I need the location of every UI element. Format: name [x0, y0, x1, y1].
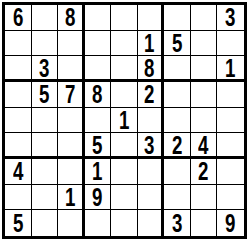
sudoku-given-digit: 9	[225, 210, 235, 236]
sudoku-cell-r3c2[interactable]: 3	[32, 56, 59, 82]
sudoku-cell-r4c1[interactable]	[5, 82, 32, 108]
sudoku-cell-r6c8[interactable]: 4	[191, 133, 218, 159]
sudoku-cell-r7c4[interactable]: 1	[85, 159, 112, 185]
sudoku-given-digit: 8	[92, 82, 102, 107]
sudoku-cell-r5c9[interactable]	[217, 108, 244, 134]
sudoku-given-digit: 3	[144, 133, 154, 157]
sudoku-cell-r4c9[interactable]	[217, 82, 244, 108]
sudoku-cell-r2c8[interactable]	[191, 31, 218, 57]
sudoku-cell-r9c1[interactable]: 5	[5, 210, 32, 236]
sudoku-given-digit: 6	[13, 5, 23, 30]
sudoku-cell-r7c5[interactable]	[111, 159, 138, 185]
sudoku-given-digit: 1	[225, 56, 235, 80]
sudoku-cell-r2c1[interactable]	[5, 31, 32, 57]
sudoku-cell-r4c6[interactable]: 2	[138, 82, 165, 108]
sudoku-cell-r9c5[interactable]	[111, 210, 138, 236]
sudoku-cell-r5c5[interactable]: 1	[111, 108, 138, 134]
sudoku-given-digit: 4	[13, 159, 23, 184]
sudoku-cell-r7c7[interactable]	[164, 159, 191, 185]
sudoku-cell-r1c2[interactable]	[32, 5, 59, 31]
sudoku-cell-r4c2[interactable]: 5	[32, 82, 59, 108]
sudoku-cell-r5c6[interactable]	[138, 108, 165, 134]
sudoku-cell-r5c1[interactable]	[5, 108, 32, 134]
sudoku-cell-r3c3[interactable]	[58, 56, 85, 82]
sudoku-given-digit: 2	[198, 159, 208, 184]
sudoku-cell-r4c3[interactable]: 7	[58, 82, 85, 108]
sudoku-given-digit: 3	[39, 56, 49, 80]
sudoku-cell-r1c5[interactable]	[111, 5, 138, 31]
sudoku-cell-r7c6[interactable]	[138, 159, 165, 185]
sudoku-cell-r5c3[interactable]	[58, 108, 85, 134]
sudoku-cell-r9c9[interactable]: 9	[217, 210, 244, 236]
sudoku-cell-r8c4[interactable]: 9	[85, 185, 112, 211]
sudoku-cell-r2c3[interactable]	[58, 31, 85, 57]
sudoku-cell-r4c5[interactable]	[111, 82, 138, 108]
sudoku-given-digit: 4	[198, 133, 208, 157]
sudoku-cell-r3c7[interactable]	[164, 56, 191, 82]
sudoku-cell-r6c1[interactable]	[5, 133, 32, 159]
sudoku-cell-r6c9[interactable]	[217, 133, 244, 159]
sudoku-cell-r3c6[interactable]: 8	[138, 56, 165, 82]
sudoku-cell-r7c3[interactable]	[58, 159, 85, 185]
sudoku-cell-r5c2[interactable]	[32, 108, 59, 134]
sudoku-cell-r4c8[interactable]	[191, 82, 218, 108]
sudoku-cell-r3c8[interactable]	[191, 56, 218, 82]
sudoku-cell-r1c8[interactable]	[191, 5, 218, 31]
sudoku-cell-r9c7[interactable]: 3	[164, 210, 191, 236]
sudoku-given-digit: 1	[144, 31, 154, 56]
sudoku-given-digit: 2	[144, 82, 154, 107]
sudoku-given-digit: 5	[13, 210, 23, 236]
sudoku-board: 6831538157821532441219539	[2, 2, 247, 239]
sudoku-cell-r1c1[interactable]: 6	[5, 5, 32, 31]
sudoku-given-digit: 8	[65, 5, 75, 30]
sudoku-cell-r9c8[interactable]	[191, 210, 218, 236]
sudoku-cell-r8c2[interactable]	[32, 185, 59, 211]
sudoku-cell-r1c7[interactable]	[164, 5, 191, 31]
sudoku-given-digit: 2	[172, 133, 182, 157]
sudoku-cell-r6c5[interactable]	[111, 133, 138, 159]
sudoku-cell-r2c2[interactable]	[32, 31, 59, 57]
sudoku-given-digit: 1	[65, 185, 75, 210]
sudoku-cell-r4c4[interactable]: 8	[85, 82, 112, 108]
sudoku-cell-r7c2[interactable]	[32, 159, 59, 185]
sudoku-cell-r6c6[interactable]: 3	[138, 133, 165, 159]
sudoku-cell-r2c4[interactable]	[85, 31, 112, 57]
sudoku-cell-r4c7[interactable]	[164, 82, 191, 108]
sudoku-given-digit: 1	[92, 159, 102, 184]
sudoku-cell-r8c7[interactable]	[164, 185, 191, 211]
sudoku-cell-r6c2[interactable]	[32, 133, 59, 159]
sudoku-cell-r2c9[interactable]	[217, 31, 244, 57]
sudoku-given-digit: 9	[92, 185, 102, 210]
sudoku-cell-r7c8[interactable]: 2	[191, 159, 218, 185]
sudoku-cell-r8c3[interactable]: 1	[58, 185, 85, 211]
sudoku-cell-r7c1[interactable]: 4	[5, 159, 32, 185]
sudoku-cell-r6c7[interactable]: 2	[164, 133, 191, 159]
sudoku-cell-r2c6[interactable]: 1	[138, 31, 165, 57]
sudoku-cell-r2c7[interactable]: 5	[164, 31, 191, 57]
sudoku-given-digit: 3	[172, 210, 182, 236]
sudoku-cell-r3c9[interactable]: 1	[217, 56, 244, 82]
sudoku-cell-r1c3[interactable]: 8	[58, 5, 85, 31]
sudoku-cell-r8c9[interactable]	[217, 185, 244, 211]
sudoku-screenshot: 6831538157821532441219539	[0, 0, 250, 242]
sudoku-cell-r9c4[interactable]	[85, 210, 112, 236]
sudoku-cell-r8c6[interactable]	[138, 185, 165, 211]
sudoku-cell-r8c8[interactable]	[191, 185, 218, 211]
sudoku-cell-r9c2[interactable]	[32, 210, 59, 236]
sudoku-given-digit: 1	[119, 108, 129, 133]
sudoku-cell-r3c5[interactable]	[111, 56, 138, 82]
sudoku-given-digit: 3	[225, 5, 235, 30]
sudoku-given-digit: 8	[144, 56, 154, 80]
sudoku-cell-r9c3[interactable]	[58, 210, 85, 236]
sudoku-cell-r3c4[interactable]	[85, 56, 112, 82]
sudoku-cell-r2c5[interactable]	[111, 31, 138, 57]
sudoku-cell-r7c9[interactable]	[217, 159, 244, 185]
sudoku-cell-r1c4[interactable]	[85, 5, 112, 31]
sudoku-given-digit: 5	[172, 31, 182, 56]
sudoku-cell-r8c5[interactable]	[111, 185, 138, 211]
sudoku-cell-r5c7[interactable]	[164, 108, 191, 134]
sudoku-cell-r5c4[interactable]	[85, 108, 112, 134]
sudoku-cell-r9c6[interactable]	[138, 210, 165, 236]
sudoku-cell-r1c9[interactable]: 3	[217, 5, 244, 31]
sudoku-given-digit: 5	[92, 133, 102, 157]
sudoku-cell-r1c6[interactable]	[138, 5, 165, 31]
sudoku-cell-r6c4[interactable]: 5	[85, 133, 112, 159]
sudoku-cell-r6c3[interactable]	[58, 133, 85, 159]
sudoku-given-digit: 5	[39, 82, 49, 107]
sudoku-cell-r8c1[interactable]	[5, 185, 32, 211]
sudoku-cell-r3c1[interactable]	[5, 56, 32, 82]
sudoku-given-digit: 7	[65, 82, 75, 107]
sudoku-cell-r5c8[interactable]	[191, 108, 218, 134]
